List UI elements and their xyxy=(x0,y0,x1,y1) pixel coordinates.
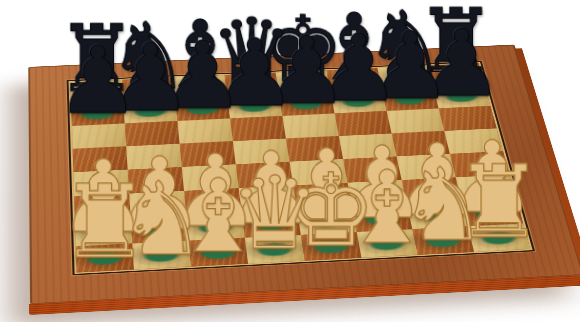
square-a1[interactable]: ♜ xyxy=(76,244,134,273)
perspective-wrapper: ♜♞♝♛♚♝♞♜♟♟♟♟♟♟♟♟♟♟♟♟♟♟♟♟♜♞♝♛♚♝♞♜ xyxy=(0,0,580,322)
chessboard: ♜♞♝♛♚♝♞♜♟♟♟♟♟♟♟♟♟♟♟♟♟♟♟♟♜♞♝♛♚♝♞♜ xyxy=(28,45,580,305)
piece-black-pawn[interactable]: ♟ xyxy=(56,34,140,127)
chess-photo-scene: ♜♞♝♛♚♝♞♜♟♟♟♟♟♟♟♟♟♟♟♟♟♟♟♟♜♞♝♛♚♝♞♜ xyxy=(0,0,580,322)
playing-field: ♜♞♝♛♚♝♞♜♟♟♟♟♟♟♟♟♟♟♟♟♟♟♟♟♜♞♝♛♚♝♞♜ xyxy=(70,63,530,272)
board-front-edge xyxy=(29,275,580,315)
board-grid: ♜♞♝♛♚♝♞♜♟♟♟♟♟♟♟♟♟♟♟♟♟♟♟♟♜♞♝♛♚♝♞♜ xyxy=(70,63,530,272)
piece-white-rook[interactable]: ♜ xyxy=(59,172,150,273)
square-a7[interactable]: ♟ xyxy=(71,101,125,126)
